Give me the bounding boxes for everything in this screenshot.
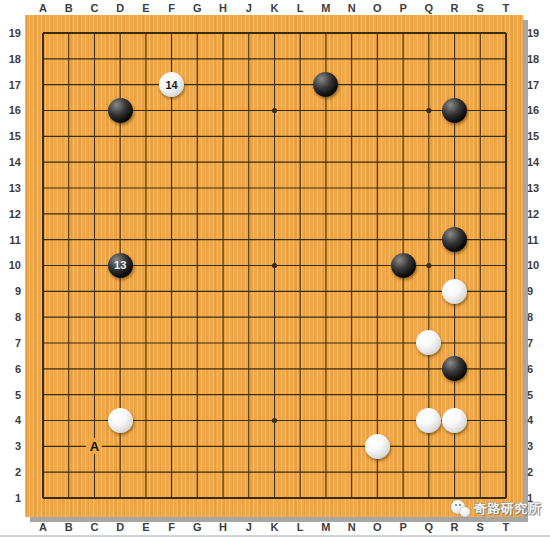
coordinate-label: A xyxy=(33,520,53,534)
coordinate-label: 15 xyxy=(3,129,21,143)
coordinate-label: C xyxy=(84,520,104,534)
coordinate-label: D xyxy=(110,1,130,15)
coordinate-label: 3 xyxy=(3,439,21,453)
coordinate-label: S xyxy=(470,520,490,534)
coordinate-label: B xyxy=(59,520,79,534)
coordinate-label: T xyxy=(496,1,516,15)
coordinate-label: 9 xyxy=(3,284,21,298)
coordinate-label: 12 xyxy=(3,207,21,221)
coordinate-label: E xyxy=(136,1,156,15)
coordinate-label: 7 xyxy=(3,336,21,350)
coordinate-label: P xyxy=(393,520,413,534)
coordinate-label: 1 xyxy=(527,491,547,505)
coordinate-label: L xyxy=(290,520,310,534)
coordinate-label: A xyxy=(33,1,53,15)
coordinate-label: 5 xyxy=(3,388,21,402)
coordinate-label: 19 xyxy=(3,26,21,40)
coordinate-label: 19 xyxy=(527,26,547,40)
coordinate-label: K xyxy=(264,520,284,534)
coordinate-label: O xyxy=(367,520,387,534)
go-diagram: ABCDEFGHJKLMNOPQRST ABCDEFGHJKLMNOPQRST … xyxy=(0,0,550,537)
coordinate-label: 10 xyxy=(3,258,21,272)
go-board[interactable]: 1314 A xyxy=(25,15,523,517)
coordinate-label: 16 xyxy=(3,103,21,117)
coordinate-label: 7 xyxy=(527,336,547,350)
coordinate-label: 13 xyxy=(527,181,547,195)
coordinate-label: N xyxy=(342,520,362,534)
coordinate-label: 15 xyxy=(527,129,547,143)
coordinate-label: 9 xyxy=(527,284,547,298)
coordinate-label: H xyxy=(213,1,233,15)
coordinate-label: F xyxy=(162,1,182,15)
coordinate-label: 8 xyxy=(527,310,547,324)
markers-layer: A xyxy=(25,15,523,517)
coordinate-label: S xyxy=(470,1,490,15)
coordinate-label: 18 xyxy=(527,52,547,66)
coordinate-label: 11 xyxy=(527,233,547,247)
coordinate-label: H xyxy=(213,520,233,534)
coordinate-label: 18 xyxy=(3,52,21,66)
coordinate-label: J xyxy=(239,520,259,534)
coordinate-label: N xyxy=(342,1,362,15)
coordinate-label: 17 xyxy=(527,78,547,92)
coordinate-label: 11 xyxy=(3,233,21,247)
coordinate-label: J xyxy=(239,1,259,15)
coordinate-label: P xyxy=(393,1,413,15)
coordinate-label: L xyxy=(290,1,310,15)
coordinate-label: 13 xyxy=(3,181,21,195)
coordinate-label: R xyxy=(445,1,465,15)
coordinate-label: F xyxy=(162,520,182,534)
coordinate-label: 3 xyxy=(527,439,547,453)
coordinate-label: 10 xyxy=(527,258,547,272)
coordinate-label: 8 xyxy=(3,310,21,324)
coordinate-label: M xyxy=(316,520,336,534)
coordinate-label: M xyxy=(316,1,336,15)
coordinate-label: 1 xyxy=(3,491,21,505)
coordinate-label: G xyxy=(187,520,207,534)
coordinate-label: 16 xyxy=(527,103,547,117)
coordinate-label: 5 xyxy=(527,388,547,402)
coordinate-label: 6 xyxy=(3,362,21,376)
coordinate-label: B xyxy=(59,1,79,15)
coordinate-label: 4 xyxy=(3,413,21,427)
coordinate-label: 2 xyxy=(3,465,21,479)
coordinate-label: E xyxy=(136,520,156,534)
coordinate-label: O xyxy=(367,1,387,15)
coordinate-label: 14 xyxy=(527,155,547,169)
coordinate-label: 17 xyxy=(3,78,21,92)
marker-A: A xyxy=(86,438,102,454)
coordinate-label: T xyxy=(496,520,516,534)
coordinate-label: G xyxy=(187,1,207,15)
coordinate-label: 14 xyxy=(3,155,21,169)
coordinate-label: 4 xyxy=(527,413,547,427)
coordinate-label: Q xyxy=(419,520,439,534)
coordinate-label: C xyxy=(84,1,104,15)
coordinate-label: K xyxy=(264,1,284,15)
coordinate-label: Q xyxy=(419,1,439,15)
coordinate-label: 12 xyxy=(527,207,547,221)
coordinate-label: 6 xyxy=(527,362,547,376)
coordinate-label: D xyxy=(110,520,130,534)
coordinate-label: R xyxy=(445,520,465,534)
coordinate-label: 2 xyxy=(527,465,547,479)
